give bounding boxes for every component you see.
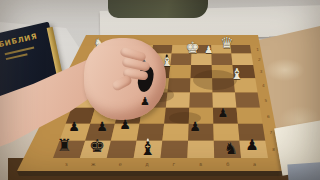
file-label-в: в xyxy=(199,161,202,167)
rank-label-7: 7 xyxy=(270,130,273,135)
file-label-ж: ж xyxy=(91,161,96,167)
book-subtitle-line xyxy=(6,53,28,59)
file-label-а: а xyxy=(253,161,256,167)
file-label-з: з xyxy=(65,161,68,167)
piece-black-pawn-e5[interactable]: ♟ xyxy=(140,96,150,107)
square-c8 xyxy=(187,141,214,158)
square-c5 xyxy=(189,93,213,108)
piece-black-pawn-a7[interactable]: ♟ xyxy=(245,138,258,153)
rank-label-5: 5 xyxy=(264,98,267,103)
piece-white-bishop-a3[interactable]: ♝ xyxy=(230,67,243,82)
square-f8 xyxy=(107,141,137,158)
file-label-г: г xyxy=(173,161,176,167)
square-a2 xyxy=(231,53,253,65)
piece-white-queen-b1[interactable]: ♛ xyxy=(220,36,233,51)
rank-label-3: 3 xyxy=(260,69,263,74)
square-d8 xyxy=(161,141,189,158)
file-label-е: е xyxy=(119,161,122,167)
file-label-д: д xyxy=(145,161,149,167)
square-d4 xyxy=(167,78,190,92)
rank-label-6: 6 xyxy=(267,114,270,119)
square-d7 xyxy=(162,124,188,141)
board-side-edge xyxy=(17,171,284,176)
book-subtitle-line xyxy=(5,47,35,55)
piece-black-pawn-c7[interactable]: ♟ xyxy=(189,120,201,133)
square-b2 xyxy=(211,53,232,65)
piece-black-bishop-f8[interactable]: ♝ xyxy=(139,139,156,158)
blue-gray-object xyxy=(287,162,320,180)
photo-scene: БИБЛИЯ зжедгвба12345678 ♞♟♟♝♚♟♛♝♜♚♝♞♟♟♟♟… xyxy=(0,0,320,180)
square-a5 xyxy=(235,93,260,108)
piece-white-pawn-c2[interactable]: ♟ xyxy=(205,45,214,55)
file-label-б: б xyxy=(226,161,229,167)
piece-black-pawn-h7[interactable]: ♟ xyxy=(68,120,80,133)
rank-label-8: 8 xyxy=(272,147,275,152)
rank-label-4: 4 xyxy=(262,83,265,88)
square-a6 xyxy=(236,108,262,124)
piece-black-knight-b8[interactable]: ♞ xyxy=(224,141,238,157)
piece-black-pawn-b6[interactable]: ♟ xyxy=(218,107,229,119)
piece-black-pawn-f7[interactable]: ♟ xyxy=(119,118,131,131)
piece-black-king-g8[interactable]: ♚ xyxy=(89,137,105,155)
piece-black-rook-h8[interactable]: ♜ xyxy=(56,137,71,154)
rank-label-1: 1 xyxy=(256,47,259,52)
rank-label-2: 2 xyxy=(258,57,261,62)
piece-black-pawn-g7[interactable]: ♟ xyxy=(96,120,108,133)
piece-white-king-d1[interactable]: ♚ xyxy=(186,40,200,56)
